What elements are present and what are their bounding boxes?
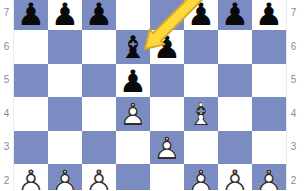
square-a2[interactable]: ♟♙ <box>14 164 48 190</box>
white-pawn: ♟♙ <box>82 164 116 190</box>
white-pawn: ♟♙ <box>116 97 150 131</box>
square-f7[interactable]: ♟ <box>184 0 218 30</box>
square-f2[interactable]: ♟♙ <box>184 164 218 190</box>
square-a3[interactable] <box>14 131 48 165</box>
square-a4[interactable] <box>14 97 48 131</box>
white-pawn-glyph: ♙ <box>150 131 184 165</box>
white-bishop-glyph: ♗ <box>184 98 218 132</box>
white-pawn: ♟♙ <box>48 164 82 190</box>
white-pawn-glyph: ♙ <box>82 165 116 191</box>
square-g4[interactable] <box>218 97 252 131</box>
square-c5[interactable] <box>82 64 116 98</box>
square-b6[interactable] <box>48 30 82 64</box>
black-pawn: ♟ <box>14 0 48 30</box>
rank-label-right-2: 2 <box>287 175 300 187</box>
black-pawn-glyph: ♟ <box>184 0 218 31</box>
black-pawn-glyph: ♟ <box>14 0 48 31</box>
square-b3[interactable] <box>48 131 82 165</box>
white-pawn-glyph: ♙ <box>48 165 82 191</box>
rank-label-left-6: 6 <box>0 41 13 53</box>
white-bishop: ♝♗ <box>184 97 218 131</box>
square-b5[interactable] <box>48 64 82 98</box>
white-pawn-glyph: ♙ <box>14 165 48 191</box>
square-g3[interactable] <box>218 131 252 165</box>
chess-board-screenshot: ♟♟♟♟♟♟♝♟♟♟♙♝♗♟♙♟♙♟♙♟♙♟♙♟♙♟♙ 776655443322 <box>0 0 304 190</box>
square-b2[interactable]: ♟♙ <box>48 164 82 190</box>
rank-label-right-3: 3 <box>287 141 300 153</box>
black-pawn: ♟ <box>252 0 286 30</box>
rank-label-right-5: 5 <box>287 74 300 86</box>
rank-label-right-7: 7 <box>287 7 300 19</box>
black-pawn-glyph: ♟ <box>150 31 184 65</box>
square-c6[interactable] <box>82 30 116 64</box>
black-pawn: ♟ <box>184 0 218 30</box>
square-g5[interactable] <box>218 64 252 98</box>
square-c7[interactable]: ♟ <box>82 0 116 30</box>
black-pawn-glyph: ♟ <box>82 0 116 31</box>
square-a5[interactable] <box>14 64 48 98</box>
square-c2[interactable]: ♟♙ <box>82 164 116 190</box>
white-pawn: ♟♙ <box>14 164 48 190</box>
white-pawn-glyph: ♙ <box>218 165 252 191</box>
square-g7[interactable]: ♟ <box>218 0 252 30</box>
square-h7[interactable]: ♟ <box>252 0 286 30</box>
square-d7[interactable] <box>116 0 150 30</box>
white-pawn: ♟♙ <box>252 164 286 190</box>
rank-label-left-5: 5 <box>0 74 13 86</box>
square-d2[interactable] <box>116 164 150 190</box>
square-h3[interactable] <box>252 131 286 165</box>
square-d6[interactable]: ♝ <box>116 30 150 64</box>
square-f4[interactable]: ♝♗ <box>184 97 218 131</box>
rank-label-right-4: 4 <box>287 108 300 120</box>
square-d5[interactable]: ♟ <box>116 64 150 98</box>
black-bishop: ♝ <box>116 30 150 64</box>
square-h6[interactable] <box>252 30 286 64</box>
square-a7[interactable]: ♟ <box>14 0 48 30</box>
white-pawn-glyph: ♙ <box>184 165 218 191</box>
white-pawn-glyph: ♙ <box>252 165 286 191</box>
square-h4[interactable] <box>252 97 286 131</box>
square-f5[interactable] <box>184 64 218 98</box>
black-pawn: ♟ <box>150 30 184 64</box>
white-pawn: ♟♙ <box>184 164 218 190</box>
white-pawn: ♟♙ <box>150 131 184 165</box>
black-pawn: ♟ <box>218 0 252 30</box>
black-pawn: ♟ <box>116 64 150 98</box>
square-h5[interactable] <box>252 64 286 98</box>
square-f6[interactable] <box>184 30 218 64</box>
square-g6[interactable] <box>218 30 252 64</box>
square-e7[interactable] <box>150 0 184 30</box>
square-a6[interactable] <box>14 30 48 64</box>
white-pawn: ♟♙ <box>218 164 252 190</box>
rank-label-left-3: 3 <box>0 141 13 153</box>
rank-label-left-4: 4 <box>0 108 13 120</box>
black-pawn-glyph: ♟ <box>218 0 252 31</box>
chess-board: ♟♟♟♟♟♟♝♟♟♟♙♝♗♟♙♟♙♟♙♟♙♟♙♟♙♟♙ <box>14 0 286 190</box>
square-c3[interactable] <box>82 131 116 165</box>
square-b4[interactable] <box>48 97 82 131</box>
black-pawn-glyph: ♟ <box>116 64 150 98</box>
black-pawn-glyph: ♟ <box>48 0 82 31</box>
square-e4[interactable] <box>150 97 184 131</box>
square-e2[interactable] <box>150 164 184 190</box>
black-bishop-glyph: ♝ <box>116 31 150 65</box>
square-h2[interactable]: ♟♙ <box>252 164 286 190</box>
square-g2[interactable]: ♟♙ <box>218 164 252 190</box>
rank-label-left-2: 2 <box>0 175 13 187</box>
square-e6[interactable]: ♟ <box>150 30 184 64</box>
square-b7[interactable]: ♟ <box>48 0 82 30</box>
black-pawn: ♟ <box>82 0 116 30</box>
black-pawn: ♟ <box>48 0 82 30</box>
white-pawn-glyph: ♙ <box>116 98 150 132</box>
black-pawn-glyph: ♟ <box>252 0 286 31</box>
square-e5[interactable] <box>150 64 184 98</box>
square-d4[interactable]: ♟♙ <box>116 97 150 131</box>
square-d3[interactable] <box>116 131 150 165</box>
rank-label-left-7: 7 <box>0 7 13 19</box>
square-f3[interactable] <box>184 131 218 165</box>
square-e3[interactable]: ♟♙ <box>150 131 184 165</box>
square-c4[interactable] <box>82 97 116 131</box>
rank-label-right-6: 6 <box>287 41 300 53</box>
